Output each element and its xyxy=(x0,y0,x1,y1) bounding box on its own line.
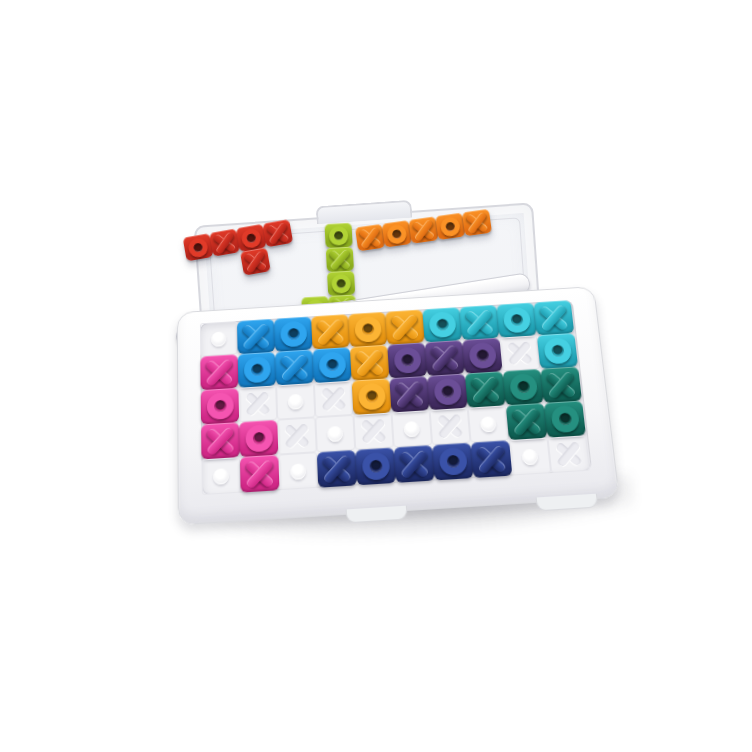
board-cell-empty-r4c9 xyxy=(547,435,590,473)
piece-navy-unit-r4c7[interactable] xyxy=(471,440,513,478)
orange-x-glyph xyxy=(462,209,492,237)
piece-red-unit[interactable] xyxy=(183,233,214,261)
board-cell-empty-r3c2 xyxy=(277,417,317,454)
blue-o-glyph xyxy=(280,321,307,348)
piece-red-unit[interactable] xyxy=(240,247,271,275)
board-cell-empty-r2c1 xyxy=(238,385,277,422)
board-cell-empty-r2c2 xyxy=(276,383,315,420)
red-x-glyph xyxy=(240,247,271,275)
piece-yellow-unit-r0c3[interactable] xyxy=(311,314,350,349)
navy-x-glyph xyxy=(471,440,513,478)
orange-o-glyph xyxy=(440,216,461,237)
tray-case xyxy=(177,286,620,525)
piece-yellow-unit-r2c4[interactable] xyxy=(352,378,392,415)
piece-red-unit[interactable] xyxy=(262,219,293,247)
empty-slot-x-glyph xyxy=(430,408,471,445)
teal-o-glyph xyxy=(550,405,580,433)
empty-slot-o-glyph xyxy=(521,448,538,465)
orange-o-glyph xyxy=(386,223,407,244)
teal-o-glyph xyxy=(509,373,538,401)
empty-slot-o-glyph xyxy=(211,331,226,347)
tray xyxy=(177,286,607,522)
blue-o-glyph xyxy=(318,351,346,378)
piece-cyan-unit-r0c6[interactable] xyxy=(422,307,462,342)
cyan-x-glyph xyxy=(533,300,574,335)
empty-slot-o-glyph xyxy=(480,416,497,432)
piece-blue-unit-r1c3[interactable] xyxy=(312,347,351,383)
empty-slot-x-glyph xyxy=(353,412,393,449)
teal-x-glyph xyxy=(465,371,506,408)
red-o-glyph xyxy=(187,236,209,258)
piece-orange-unit[interactable] xyxy=(435,212,465,240)
piece-yellow-unit-r0c4[interactable] xyxy=(348,312,387,347)
product-photo-iq-xoxo xyxy=(0,0,752,752)
empty-slot-x-glyph xyxy=(238,385,277,422)
piece-cyan-unit-r0c8[interactable] xyxy=(496,302,536,337)
board-cell-empty-r4c8 xyxy=(509,438,551,476)
board-cell-empty-r3c7 xyxy=(468,405,509,442)
empty-slot-o-glyph xyxy=(327,425,343,441)
piece-orange-unit[interactable] xyxy=(408,216,438,244)
board-cell-empty-r1c8 xyxy=(499,335,540,371)
yellow-x-glyph xyxy=(311,314,350,349)
piece-blue-unit-r0c2[interactable] xyxy=(274,316,312,351)
board-cell-empty-r3c3 xyxy=(315,415,355,452)
lime-o-glyph xyxy=(331,273,351,293)
orange-x-glyph xyxy=(408,216,438,244)
board-cell-empty-r4c0 xyxy=(201,457,240,495)
board-cell-empty-r2c3 xyxy=(314,381,354,418)
piece-lime-unit[interactable] xyxy=(327,271,355,296)
teal-x-glyph xyxy=(540,366,582,402)
piece-cyan-unit-r0c9[interactable] xyxy=(533,300,574,335)
piece-purple-unit-r2c6[interactable] xyxy=(427,374,468,411)
pink-x-glyph xyxy=(201,422,240,459)
yellow-x-glyph xyxy=(350,345,389,381)
piece-red-unit[interactable] xyxy=(209,228,240,256)
piece-purple-unit-r1c7[interactable] xyxy=(462,338,503,374)
cyan-o-glyph xyxy=(502,307,531,334)
lime-o-glyph xyxy=(329,225,349,245)
piece-orange-unit[interactable] xyxy=(462,209,492,237)
piece-lime-unit[interactable] xyxy=(326,247,354,272)
piece-teal-unit-r3c8[interactable] xyxy=(506,403,548,440)
pink-x-glyph xyxy=(240,455,280,493)
piece-pink-unit-r4c1[interactable] xyxy=(240,455,280,493)
purple-o-glyph xyxy=(393,347,421,374)
piece-purple-unit-r2c5[interactable] xyxy=(389,376,429,413)
navy-x-glyph xyxy=(317,450,357,488)
yellow-x-glyph xyxy=(385,309,424,344)
navy-x-glyph xyxy=(394,445,435,483)
empty-slot-o-glyph xyxy=(403,420,420,436)
piece-blue-unit-r1c2[interactable] xyxy=(275,349,314,385)
piece-yellow-unit-r0c5[interactable] xyxy=(385,309,424,344)
piece-pink-unit-r3c0[interactable] xyxy=(201,422,240,459)
empty-slot-x-glyph xyxy=(277,417,317,454)
board-cell-empty-r3c4 xyxy=(353,412,393,449)
board-grid xyxy=(200,300,592,495)
piece-teal-unit-r2c7[interactable] xyxy=(465,371,506,408)
purple-x-glyph xyxy=(389,376,429,413)
navy-o-glyph xyxy=(361,452,390,481)
piece-navy-unit-r4c5[interactable] xyxy=(394,445,435,483)
piece-pink-unit-r2c0[interactable] xyxy=(201,388,239,425)
piece-pink-unit-r1c0[interactable] xyxy=(200,354,238,390)
piece-purple-unit-r1c6[interactable] xyxy=(425,340,465,376)
empty-slot-x-glyph xyxy=(499,335,540,371)
piece-cyan-unit-r0c7[interactable] xyxy=(459,305,499,340)
navy-o-glyph xyxy=(438,447,467,476)
pink-o-glyph xyxy=(206,392,233,420)
pink-x-glyph xyxy=(200,354,238,390)
purple-o-glyph xyxy=(433,378,462,406)
red-o-glyph xyxy=(240,227,262,249)
red-x-glyph xyxy=(209,228,240,256)
purple-x-glyph xyxy=(425,340,465,376)
board-cell-empty-r0c0 xyxy=(200,321,238,356)
piece-teal-unit-r3c9[interactable] xyxy=(544,401,586,438)
piece-orange-unit[interactable] xyxy=(355,224,385,252)
empty-slot-o-glyph xyxy=(290,463,306,480)
piece-teal-unit-r2c8[interactable] xyxy=(503,369,544,406)
piece-navy-unit-r4c6[interactable] xyxy=(432,443,473,481)
blue-o-glyph xyxy=(243,356,270,383)
pink-o-glyph xyxy=(245,424,273,452)
empty-slot-o-glyph xyxy=(288,393,304,409)
cyan-o-glyph xyxy=(428,311,456,338)
board-cell-empty-r4c2 xyxy=(278,452,318,490)
piece-pink-unit-r3c1[interactable] xyxy=(239,420,278,457)
piece-lime-unit[interactable] xyxy=(324,223,352,248)
piece-navy-unit-r4c3[interactable] xyxy=(317,450,357,488)
blue-x-glyph xyxy=(237,319,275,354)
cyan-o-glyph xyxy=(543,337,572,364)
board-cell-empty-r3c5 xyxy=(392,410,433,447)
piece-blue-unit-r0c1[interactable] xyxy=(237,319,275,354)
piece-cyan-unit-r1c9[interactable] xyxy=(537,333,578,369)
piece-teal-unit-r2c9[interactable] xyxy=(540,366,582,402)
purple-o-glyph xyxy=(468,342,497,369)
piece-blue-unit-r1c1[interactable] xyxy=(238,352,276,388)
board-cell-empty-r3c6 xyxy=(430,408,471,445)
piece-navy-unit-r4c4[interactable] xyxy=(355,447,396,485)
piece-purple-unit-r1c5[interactable] xyxy=(387,342,427,378)
cyan-x-glyph xyxy=(459,305,499,340)
piece-orange-unit[interactable] xyxy=(382,220,412,248)
empty-slot-o-glyph xyxy=(213,468,229,485)
red-x-glyph xyxy=(262,219,293,247)
piece-yellow-unit-r1c4[interactable] xyxy=(350,345,389,381)
empty-slot-x-glyph xyxy=(314,381,354,418)
blue-x-glyph xyxy=(275,349,314,385)
teal-x-glyph xyxy=(506,403,548,440)
empty-slot-x-glyph xyxy=(547,435,590,473)
lime-x-glyph xyxy=(326,247,354,272)
yellow-o-glyph xyxy=(354,316,382,343)
yellow-o-glyph xyxy=(357,383,385,411)
orange-x-glyph xyxy=(355,224,385,252)
